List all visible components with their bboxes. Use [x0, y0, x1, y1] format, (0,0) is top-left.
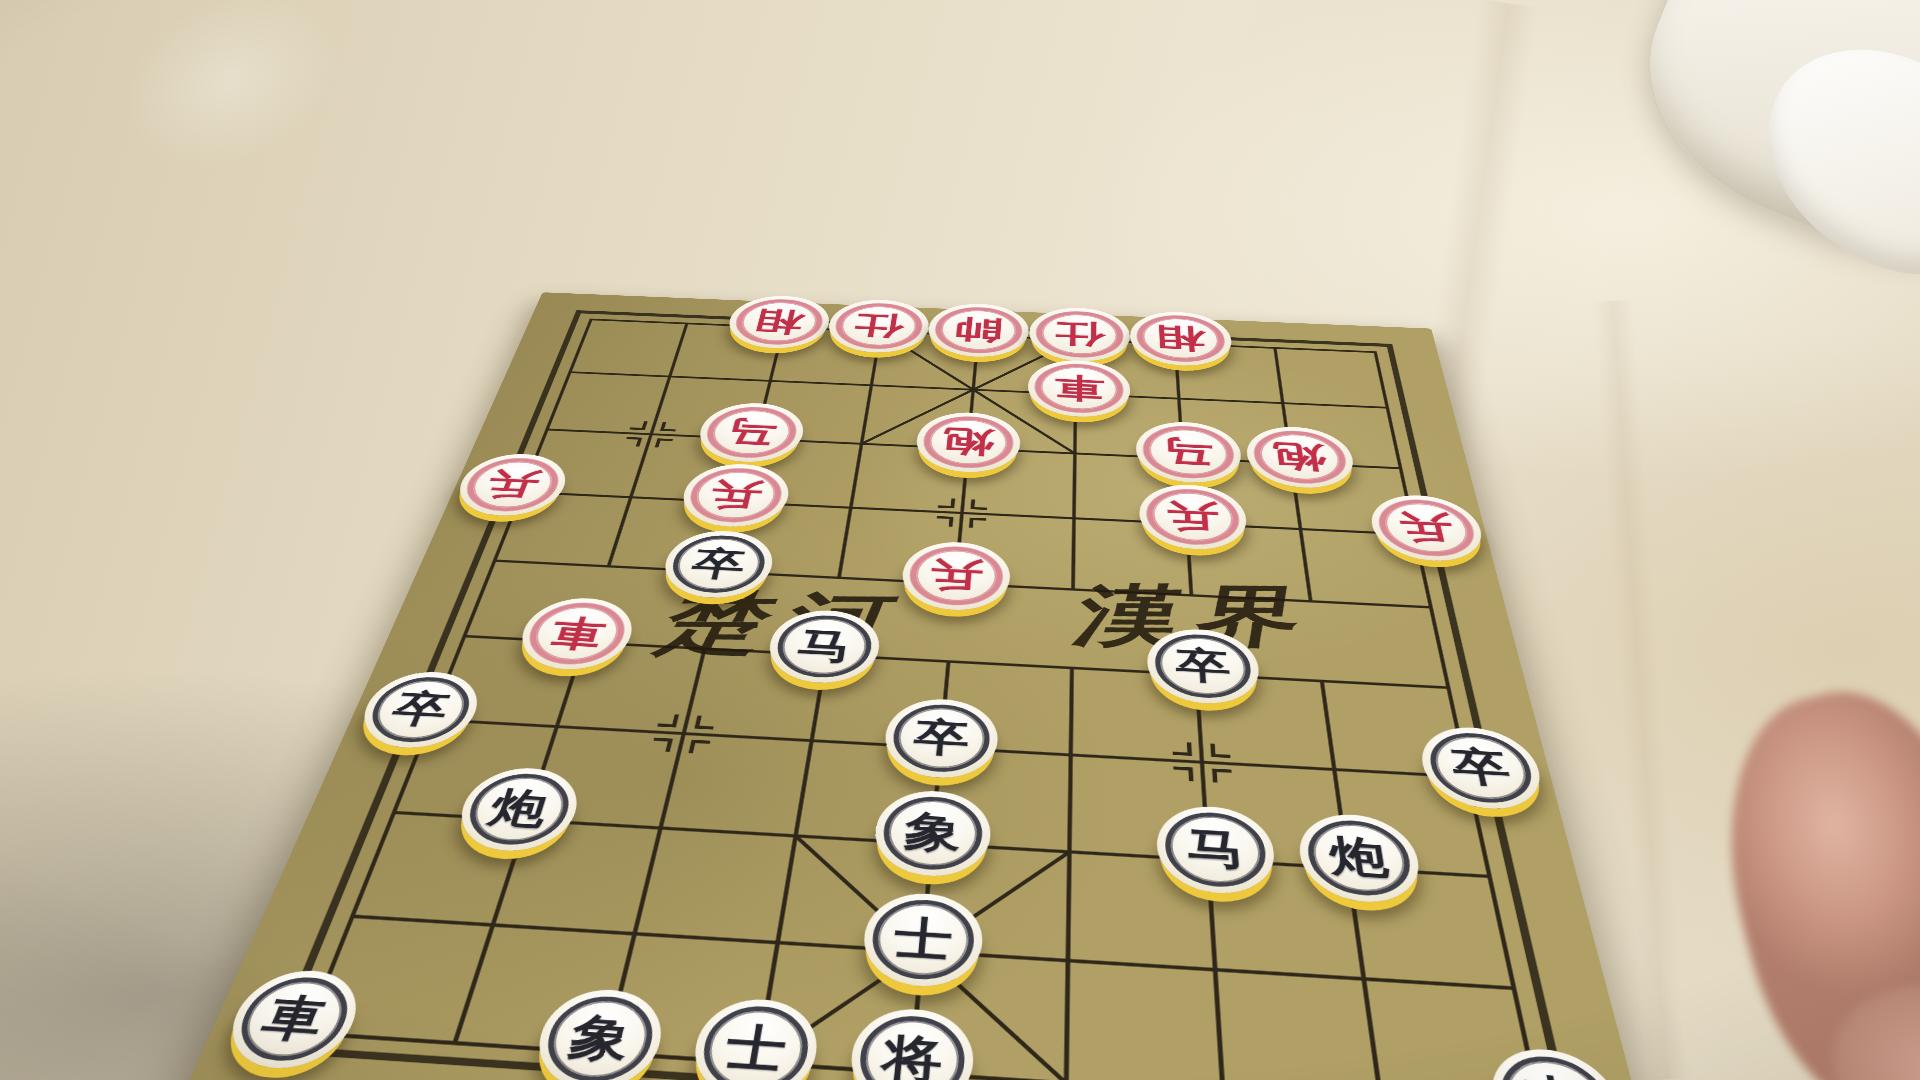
piece-character: 象 [903, 810, 963, 855]
piece-character: 帥 [953, 316, 1005, 344]
piece-character: 马 [794, 627, 853, 665]
marble-vein [1593, 300, 1687, 1080]
piece-character: 卒 [912, 717, 970, 758]
piece-character: 士 [722, 1022, 789, 1075]
piece-character: 兵 [1166, 500, 1221, 534]
piece-character: 兵 [707, 478, 766, 511]
piece-character: 马 [1162, 436, 1216, 468]
piece-character: 仕 [852, 312, 905, 340]
piece-character: 兵 [928, 558, 984, 594]
xiangqi-board[interactable]: 楚河 漢界 相仕帥仕相車马炮马炮兵兵兵兵卒兵車马卒卒卒卒炮象马炮士車象士将車 [185, 292, 1661, 1080]
piece-character: 马 [1186, 826, 1246, 872]
piece-character: 車 [1053, 373, 1104, 403]
piece-character: 将 [880, 1032, 944, 1080]
piece-character: 車 [545, 614, 609, 651]
piece-character: 相 [752, 308, 807, 336]
piece-character: 卒 [1448, 746, 1514, 789]
piece-character: 卒 [689, 546, 749, 581]
piece-character: 相 [1155, 324, 1207, 352]
piece-character: 卒 [1175, 646, 1232, 685]
piece-character: 马 [723, 417, 780, 448]
piece-character: 兵 [1396, 510, 1457, 544]
marble-highlight [96, 0, 363, 199]
piece-character: 仕 [1054, 320, 1104, 348]
piece-character: 炮 [1327, 834, 1391, 880]
piece-character: 象 [565, 1012, 636, 1064]
photo-scene: { "game": "xiangqi", "scene": { "descrip… [0, 0, 1920, 1080]
piece-character: 炮 [942, 426, 995, 457]
piece-character: 士 [892, 915, 954, 964]
piece-character: 炮 [1272, 441, 1328, 473]
